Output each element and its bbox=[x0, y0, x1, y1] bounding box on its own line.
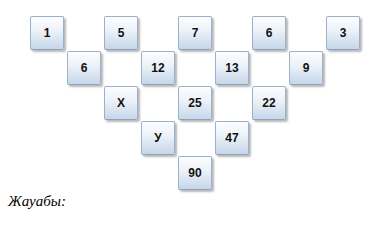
pyramid-cell: 7 bbox=[178, 16, 212, 50]
pyramid-grid: 15763612139Х2522У4790 bbox=[30, 16, 363, 191]
pyramid-cell: 3 bbox=[326, 16, 360, 50]
pyramid-cell: 6 bbox=[252, 16, 286, 50]
answer-label: Жауабы: bbox=[8, 193, 66, 210]
pyramid-cell: У bbox=[141, 121, 175, 155]
pyramid-cell: 1 bbox=[30, 16, 64, 50]
pyramid-cell: 25 bbox=[178, 86, 212, 120]
pyramid-cell: 22 bbox=[252, 86, 286, 120]
pyramid-cell: Х bbox=[104, 86, 138, 120]
pyramid-cell: 47 bbox=[215, 121, 249, 155]
pyramid-cell: 90 bbox=[178, 156, 212, 190]
pyramid-cell: 9 bbox=[289, 51, 323, 85]
pyramid-cell: 5 bbox=[104, 16, 138, 50]
puzzle-worksheet: 15763612139Х2522У4790 Жауабы: bbox=[0, 0, 381, 225]
pyramid-cell: 13 bbox=[215, 51, 249, 85]
pyramid-cell: 12 bbox=[141, 51, 175, 85]
pyramid-cell: 6 bbox=[67, 51, 101, 85]
